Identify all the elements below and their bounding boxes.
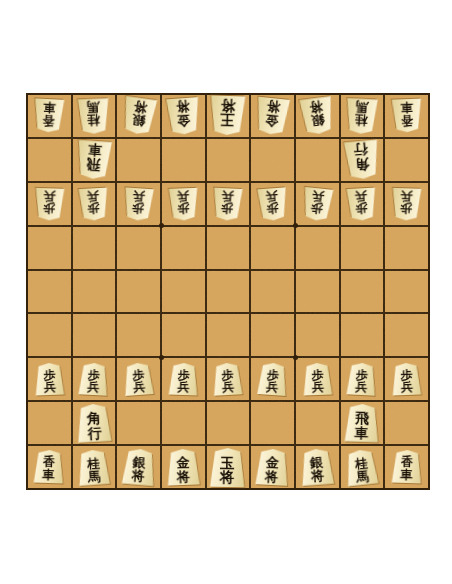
koma-face: 歩兵 [257,187,288,221]
koma-shape: 王将 [210,96,246,136]
board-square-3d[interactable] [296,227,339,269]
koma-kanji-label: 歩兵 [266,187,280,214]
board-square-8f[interactable] [73,314,116,356]
board-square-9e[interactable] [28,271,71,313]
sente-pawn-3g[interactable]: 歩兵 [296,358,339,400]
koma-kanji-label: 桂馬 [355,98,369,127]
sente-pawn-6g[interactable]: 歩兵 [162,358,205,400]
koma-face: 歩兵 [79,187,110,221]
sente-bishop-8h[interactable]: 角行 [73,402,116,444]
gote-knight-2a[interactable]: 桂馬 [341,95,384,137]
koma-kanji-label: 飛車 [86,140,102,171]
board-square-7b[interactable] [117,139,160,181]
gote-lance-9a[interactable]: 香車 [28,95,71,137]
sente-pawn-5g[interactable]: 歩兵 [207,358,250,400]
koma-shape: 歩兵 [392,187,422,220]
koma-shape: 銀将 [300,448,335,486]
gote-pawn-2c[interactable]: 歩兵 [341,183,384,225]
board-square-4e[interactable] [251,271,294,313]
koma-face: 歩兵 [34,363,64,396]
koma-shape: 歩兵 [301,186,333,221]
gote-pawn-9c[interactable]: 歩兵 [28,183,71,225]
koma-kanji-label: 金将 [175,97,190,127]
koma-shape: 香車 [34,450,65,484]
koma-shape: 歩兵 [168,363,198,396]
koma-face: 飛車 [76,140,112,180]
koma-face: 銀将 [121,448,156,486]
sente-pawn-7g[interactable]: 歩兵 [117,358,160,400]
koma-kanji-label: 銀将 [310,455,325,485]
gote-bishop-2b[interactable]: 角行 [341,139,384,181]
koma-face: 角行 [76,403,112,443]
board-square-2f[interactable] [341,314,384,356]
board-square-3f[interactable] [296,314,339,356]
koma-face: 歩兵 [257,362,288,396]
board-square-5f[interactable] [207,314,250,356]
koma-face: 香車 [34,450,65,484]
board-square-7f[interactable] [117,314,160,356]
sente-pawn-2g[interactable]: 歩兵 [341,358,384,400]
page: { "game": "shogi", "position": "lnsgkgsn… [0,0,452,584]
board-square-3e[interactable] [296,271,339,313]
koma-kanji-label: 角行 [86,411,102,442]
board-square-3b[interactable] [296,139,339,181]
board-square-5d[interactable] [207,227,250,269]
koma-shape: 金将 [255,448,289,486]
sente-silver-7i[interactable]: 銀将 [117,446,160,488]
koma-kanji-label: 歩兵 [400,369,413,396]
board-square-9h[interactable] [28,402,71,444]
board-square-4h[interactable] [251,402,294,444]
koma-kanji-label: 金将 [265,455,280,485]
koma-face: 歩兵 [168,187,198,220]
koma-shape: 歩兵 [257,187,288,221]
koma-kanji-label: 歩兵 [355,187,368,214]
koma-face: 歩兵 [392,187,422,220]
koma-kanji-label: 歩兵 [266,369,280,396]
koma-face: 歩兵 [213,362,244,396]
koma-face: 飛車 [344,404,379,443]
koma-face: 金将 [255,448,289,486]
board-square-1e[interactable] [385,271,428,313]
koma-face: 歩兵 [347,362,378,396]
koma-kanji-label: 香車 [43,99,57,127]
board-square-4d[interactable] [251,227,294,269]
board-square-5b[interactable] [207,139,250,181]
gote-pawn-8c[interactable]: 歩兵 [73,183,116,225]
koma-kanji-label: 香車 [400,456,413,483]
gote-silver-7a[interactable]: 銀将 [117,95,160,137]
gote-gold-4a[interactable]: 金将 [251,95,294,137]
koma-shape: 銀将 [121,448,156,486]
koma-shape: 歩兵 [347,362,378,396]
koma-face: 桂馬 [77,449,110,486]
koma-shape: 香車 [391,99,422,133]
koma-face: 玉将 [210,447,246,487]
board-square-9d[interactable] [28,227,71,269]
sente-silver-3i[interactable]: 銀将 [296,446,339,488]
board-square-6f[interactable] [162,314,205,356]
koma-shape: 香車 [34,99,65,134]
koma-face: 桂馬 [346,98,379,134]
koma-shape: 歩兵 [392,363,422,396]
board-square-6h[interactable] [162,402,205,444]
koma-shape: 歩兵 [123,362,154,396]
sente-lance-9i[interactable]: 香車 [28,446,71,488]
koma-face: 歩兵 [213,187,244,221]
koma-face: 桂馬 [78,98,110,134]
koma-face: 歩兵 [123,362,154,396]
koma-face: 金将 [166,97,201,135]
koma-shape: 歩兵 [213,362,244,396]
koma-face: 香車 [34,99,65,134]
sente-knight-8i[interactable]: 桂馬 [73,446,116,488]
sente-gold-4i[interactable]: 金将 [251,446,294,488]
koma-shape: 歩兵 [79,362,110,396]
board-square-4b[interactable] [251,139,294,181]
koma-face: 銀将 [299,96,335,135]
board-square-2d[interactable] [341,227,384,269]
koma-shape: 金将 [255,96,291,135]
sente-pawn-4g[interactable]: 歩兵 [251,358,294,400]
sente-pawn-9g[interactable]: 歩兵 [28,358,71,400]
koma-shape: 桂馬 [345,448,380,486]
koma-kanji-label: 桂馬 [87,456,102,485]
koma-shape: 歩兵 [213,187,244,221]
koma-face: 歩兵 [79,362,110,396]
gote-pawn-6c[interactable]: 歩兵 [162,183,205,225]
sente-king-5i[interactable]: 玉将 [207,446,250,488]
koma-kanji-label: 歩兵 [400,187,413,214]
board-square-6e[interactable] [162,271,205,313]
koma-kanji-label: 歩兵 [311,369,324,396]
board-square-6d[interactable] [162,227,205,269]
koma-kanji-label: 歩兵 [310,187,325,215]
koma-shape: 飛車 [344,404,379,443]
koma-kanji-label: 歩兵 [43,369,56,396]
koma-face: 銀将 [120,96,157,136]
koma-face: 金将 [255,96,291,135]
koma-face: 金将 [166,448,200,485]
board-square-4f[interactable] [251,314,294,356]
sente-gold-6i[interactable]: 金将 [162,446,205,488]
koma-kanji-label: 歩兵 [221,369,234,396]
koma-kanji-label: 歩兵 [177,369,190,396]
board-square-6b[interactable] [162,139,205,181]
koma-shape: 歩兵 [257,362,288,396]
board-square-1b[interactable] [385,139,428,181]
koma-kanji-label: 歩兵 [221,187,234,214]
koma-kanji-label: 歩兵 [355,369,368,396]
sente-lance-1i[interactable]: 香車 [385,446,428,488]
sente-rook-2h[interactable]: 飛車 [341,402,384,444]
koma-kanji-label: 香車 [43,456,56,483]
board-square-9b[interactable] [28,139,71,181]
gote-rook-8b[interactable]: 飛車 [73,139,116,181]
gote-king-5a[interactable]: 王将 [207,95,250,137]
sente-pawn-1g[interactable]: 歩兵 [385,358,428,400]
koma-shape: 歩兵 [79,187,110,221]
koma-face: 歩兵 [392,363,422,396]
koma-kanji-label: 歩兵 [87,369,100,396]
koma-face: 歩兵 [302,363,332,396]
board-square-1d[interactable] [385,227,428,269]
sente-knight-2i[interactable]: 桂馬 [341,446,384,488]
koma-kanji-label: 香車 [400,99,413,126]
gote-pawn-7c[interactable]: 歩兵 [117,183,160,225]
koma-kanji-label: 歩兵 [132,369,146,396]
koma-shape: 金将 [166,97,201,135]
koma-kanji-label: 銀将 [309,97,326,127]
koma-face: 歩兵 [168,363,198,396]
board-square-1h[interactable] [385,402,428,444]
koma-face: 歩兵 [301,186,333,221]
koma-shape: 桂馬 [346,98,379,134]
koma-shape: 飛車 [76,140,112,180]
gote-lance-1a[interactable]: 香車 [385,95,428,137]
koma-face: 王将 [210,96,246,136]
board-square-5e[interactable] [207,271,250,313]
koma-kanji-label: 歩兵 [43,187,56,214]
koma-kanji-label: 歩兵 [87,187,100,214]
koma-shape: 桂馬 [77,449,110,486]
koma-shape: 歩兵 [34,187,64,220]
shogi-board: 香車桂馬銀将金将王将金将銀将桂馬香車飛車角行歩兵歩兵歩兵歩兵歩兵歩兵歩兵歩兵歩兵… [26,93,430,490]
board-square-2e[interactable] [341,271,384,313]
gote-gold-6a[interactable]: 金将 [162,95,205,137]
gote-silver-3a[interactable]: 銀将 [296,95,339,137]
gote-pawn-4c[interactable]: 歩兵 [251,183,294,225]
koma-face: 桂馬 [345,448,380,486]
board-square-8d[interactable] [73,227,116,269]
koma-kanji-label: 桂馬 [354,456,370,485]
koma-face: 香車 [391,99,422,133]
koma-shape: 歩兵 [168,187,198,220]
koma-shape: 角行 [76,403,112,443]
board-square-3h[interactable] [296,402,339,444]
koma-face: 角行 [343,140,380,181]
board-square-7h[interactable] [117,402,160,444]
koma-shape: 歩兵 [123,187,154,221]
board-square-7d[interactable] [117,227,160,269]
sente-pawn-8g[interactable]: 歩兵 [73,358,116,400]
koma-shape: 玉将 [210,447,246,487]
koma-face: 香車 [391,450,422,484]
koma-kanji-label: 金将 [265,97,281,128]
koma-kanji-label: 桂馬 [87,98,101,127]
board-square-7e[interactable] [117,271,160,313]
board-square-9f[interactable] [28,314,71,356]
koma-kanji-label: 角行 [353,140,370,172]
koma-shape: 金将 [166,448,200,485]
koma-shape: 歩兵 [347,187,378,221]
koma-shape: 歩兵 [302,363,332,396]
gote-pawn-5c[interactable]: 歩兵 [207,183,250,225]
board-square-1f[interactable] [385,314,428,356]
board-square-5h[interactable] [207,402,250,444]
koma-kanji-label: 王将 [220,96,235,128]
koma-shape: 香車 [391,450,422,484]
koma-kanji-label: 飛車 [354,411,369,442]
koma-kanji-label: 玉将 [220,455,235,487]
board-square-8e[interactable] [73,271,116,313]
gote-pawn-3c[interactable]: 歩兵 [296,183,339,225]
koma-shape: 銀将 [299,96,335,135]
koma-kanji-label: 銀将 [130,455,146,485]
koma-face: 歩兵 [34,187,64,220]
koma-face: 歩兵 [123,187,154,221]
koma-kanji-label: 銀将 [131,97,148,128]
koma-shape: 歩兵 [34,363,64,396]
koma-kanji-label: 歩兵 [177,187,190,214]
koma-kanji-label: 金将 [176,456,190,486]
gote-knight-8a[interactable]: 桂馬 [73,95,116,137]
koma-face: 歩兵 [347,187,378,221]
koma-shape: 桂馬 [78,98,110,134]
gote-pawn-1c[interactable]: 歩兵 [385,183,428,225]
koma-face: 銀将 [300,448,335,486]
koma-shape: 銀将 [120,96,157,136]
koma-shape: 角行 [343,140,380,181]
koma-kanji-label: 歩兵 [132,187,146,214]
